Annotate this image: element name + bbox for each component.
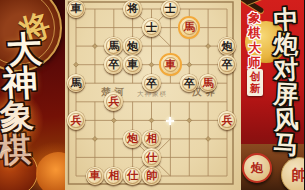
piece-red-馬-6-1[interactable]: 馬 — [180, 18, 199, 37]
board-point-5-1[interactable] — [161, 18, 180, 37]
board-point-5-2[interactable] — [161, 37, 180, 56]
board-point-8-8[interactable] — [218, 148, 237, 167]
board-point-3-1[interactable] — [123, 18, 142, 37]
piece-black-卒-2-3[interactable]: 卒 — [104, 55, 123, 74]
piece-red-馬-7-4[interactable]: 馬 — [199, 74, 218, 93]
board-point-2-0[interactable] — [104, 0, 123, 18]
board-point-5-5[interactable] — [161, 92, 180, 111]
piece-black-馬-2-2[interactable]: 馬 — [104, 37, 123, 56]
board-point-5-4[interactable] — [161, 74, 180, 93]
board-point-7-1[interactable] — [199, 18, 218, 37]
board-point-4-2[interactable] — [142, 37, 161, 56]
board-point-6-1[interactable]: 馬 — [180, 18, 199, 37]
piece-red-兵-0-6[interactable]: 兵 — [67, 111, 86, 130]
board-point-4-5[interactable] — [142, 92, 161, 111]
board-point-0-0[interactable]: 車 — [67, 0, 86, 18]
board-point-1-5[interactable] — [85, 92, 104, 111]
board-point-2-2[interactable]: 馬 — [104, 37, 123, 56]
pieces-grid: 車将士士馬馬炮炮卒車車卒馬卒卒馬兵兵兵炮相仕車相仕帥 — [67, 0, 237, 185]
board-point-4-0[interactable] — [142, 0, 161, 18]
board-point-4-4[interactable]: 卒 — [142, 74, 161, 93]
board-point-8-1[interactable] — [218, 18, 237, 37]
board-point-1-3[interactable] — [85, 55, 104, 74]
title-char: 屏 — [267, 81, 304, 108]
board-point-7-4[interactable]: 馬 — [199, 74, 218, 93]
piece-red-兵-2-5[interactable]: 兵 — [104, 92, 123, 111]
board-point-4-7[interactable]: 相 — [142, 130, 161, 149]
board-point-3-5[interactable] — [123, 92, 142, 111]
piece-black-馬-0-4[interactable]: 馬 — [67, 74, 86, 93]
board-point-4-9[interactable]: 帥 — [142, 167, 161, 186]
photo-cannon-piece: 炮 — [242, 153, 272, 183]
board-point-5-8[interactable] — [161, 148, 180, 167]
board-point-5-7[interactable] — [161, 130, 180, 149]
board-point-4-3[interactable] — [142, 55, 161, 74]
board-point-7-2[interactable] — [199, 37, 218, 56]
board-point-1-8[interactable] — [85, 148, 104, 167]
board-point-4-8[interactable]: 仕 — [142, 148, 161, 167]
board-point-7-7[interactable] — [199, 130, 218, 149]
piece-red-車-1-9[interactable]: 車 — [86, 167, 105, 186]
board-point-0-3[interactable] — [67, 55, 86, 74]
board-point-6-7[interactable] — [180, 130, 199, 149]
left-title-char: 棋 — [0, 127, 36, 174]
board-point-4-6[interactable] — [142, 111, 161, 130]
piece-red-仕-3-9[interactable]: 仕 — [123, 167, 142, 186]
board-point-3-7[interactable]: 炮 — [123, 130, 142, 149]
title-char: 风 — [267, 106, 304, 133]
title-char: 对 — [267, 56, 304, 83]
board-point-8-2[interactable]: 炮 — [218, 37, 237, 56]
board-point-2-9[interactable]: 相 — [104, 167, 123, 186]
board-point-2-8[interactable] — [104, 148, 123, 167]
title-char: 中 — [267, 6, 304, 33]
cannon-char: 炮 — [251, 160, 263, 177]
board-point-6-5[interactable] — [180, 92, 199, 111]
board-point-7-5[interactable] — [199, 92, 218, 111]
board-point-0-1[interactable] — [67, 18, 86, 37]
board-point-3-0[interactable]: 将 — [123, 0, 142, 18]
piece-red-兵-8-6[interactable]: 兵 — [218, 111, 237, 130]
subtitle-char: 师 — [246, 55, 263, 70]
piece-black-士-4-1[interactable]: 士 — [142, 18, 161, 37]
board-point-2-1[interactable] — [104, 18, 123, 37]
board-point-7-0[interactable] — [199, 0, 218, 18]
piece-red-相-2-9[interactable]: 相 — [104, 167, 123, 186]
subtitle-char: 棋 — [246, 25, 263, 40]
board-point-5-9[interactable] — [161, 167, 180, 186]
board-point-6-4[interactable]: 卒 — [180, 74, 199, 93]
board-point-6-3[interactable] — [180, 55, 199, 74]
board-point-1-6[interactable] — [85, 111, 104, 130]
board-point-0-8[interactable] — [67, 148, 86, 167]
board-point-8-4[interactable] — [218, 74, 237, 93]
subtitle-vertical: 象 棋 大 师 — [246, 10, 263, 70]
board-point-5-0[interactable]: 士 — [161, 0, 180, 18]
piece-black-将-3-0[interactable]: 将 — [123, 0, 142, 18]
piece-black-卒-8-3[interactable]: 卒 — [218, 55, 237, 74]
board-point-2-5[interactable]: 兵 — [104, 92, 123, 111]
board-point-0-2[interactable] — [67, 37, 86, 56]
board-point-6-2[interactable] — [180, 37, 199, 56]
badge-char: 新 — [247, 83, 263, 95]
photo-marshal-piece: 帥 — [281, 157, 304, 190]
board-point-8-3[interactable]: 卒 — [218, 55, 237, 74]
board-point-0-6[interactable]: 兵 — [67, 111, 86, 130]
board-point-3-8[interactable] — [123, 148, 142, 167]
board-point-2-6[interactable] — [104, 111, 123, 130]
board-point-8-9[interactable] — [218, 167, 237, 186]
piece-black-車-3-3[interactable]: 車 — [123, 55, 142, 74]
piece-black-卒-6-4[interactable]: 卒 — [180, 74, 199, 93]
board-point-3-4[interactable] — [123, 74, 142, 93]
board-point-5-3[interactable]: 車 — [161, 55, 180, 74]
board-point-7-3[interactable] — [199, 55, 218, 74]
board-point-3-9[interactable]: 仕 — [123, 167, 142, 186]
board-point-8-5[interactable] — [218, 92, 237, 111]
marshal-char: 帥 — [292, 166, 305, 185]
board-point-1-2[interactable] — [85, 37, 104, 56]
piece-red-帥-4-9[interactable]: 帥 — [142, 167, 161, 186]
piece-black-炮-8-2[interactable]: 炮 — [218, 37, 237, 56]
board-point-0-5[interactable] — [67, 92, 86, 111]
board-point-7-6[interactable] — [199, 111, 218, 130]
piece-black-炮-3-2[interactable]: 炮 — [123, 37, 142, 56]
piece-red-車-5-3[interactable]: 車 — [161, 55, 180, 74]
title-char: 马 — [267, 131, 304, 158]
board-point-3-2[interactable]: 炮 — [123, 37, 142, 56]
board-point-3-6[interactable] — [123, 111, 142, 130]
badge-char: 创 — [247, 71, 263, 83]
piece-black-車-0-0[interactable]: 車 — [67, 0, 86, 18]
board-point-1-1[interactable] — [85, 18, 104, 37]
board-point-6-6[interactable] — [180, 111, 199, 130]
board-point-0-9[interactable] — [67, 167, 86, 186]
board-point-1-9[interactable]: 車 — [85, 167, 104, 186]
piece-red-仕-4-8[interactable]: 仕 — [142, 148, 161, 167]
board-point-4-1[interactable]: 士 — [142, 18, 161, 37]
board-point-1-4[interactable] — [85, 74, 104, 93]
board-point-2-4[interactable] — [104, 74, 123, 93]
board-point-7-9[interactable] — [199, 167, 218, 186]
piece-black-卒-4-4[interactable]: 卒 — [142, 74, 161, 93]
board-point-6-0[interactable] — [180, 0, 199, 18]
xiangqi-board: 楚河 汉界 大神象棋 車将士士馬馬炮炮卒車車卒馬卒卒馬兵兵兵炮相仕車相仕帥 — [65, 0, 241, 190]
board-point-0-4[interactable]: 馬 — [67, 74, 86, 93]
subtitle-char: 大 — [246, 40, 263, 55]
thumbnail: 楚河 汉界 大神象棋 車将士士馬馬炮炮卒車車卒馬卒卒馬兵兵兵炮相仕車相仕帥 将 … — [0, 0, 304, 190]
board-point-8-6[interactable]: 兵 — [218, 111, 237, 130]
board-point-5-6[interactable] — [161, 111, 180, 130]
right-banner: 象 棋 大 师 创 新 中 炮 对 屏 风 马 炮 帥 — [241, 0, 304, 190]
title-char: 炮 — [267, 31, 304, 58]
subtitle-char: 象 — [246, 10, 263, 25]
badge-innovation: 创 新 — [247, 69, 263, 96]
board-point-6-8[interactable] — [180, 148, 199, 167]
piece-red-炮-3-7[interactable]: 炮 — [123, 130, 142, 149]
main-title-vertical: 中 炮 对 屏 风 马 — [268, 7, 304, 157]
board-point-8-7[interactable] — [218, 130, 237, 149]
board-point-8-0[interactable] — [218, 0, 237, 18]
board-point-2-3[interactable]: 卒 — [104, 55, 123, 74]
board-point-2-7[interactable] — [104, 130, 123, 149]
board-point-7-8[interactable] — [199, 148, 218, 167]
board-point-3-3[interactable]: 車 — [123, 55, 142, 74]
piece-black-士-5-0[interactable]: 士 — [161, 0, 180, 18]
board-point-0-7[interactable] — [67, 130, 86, 149]
board-point-1-7[interactable] — [85, 130, 104, 149]
piece-red-相-4-7[interactable]: 相 — [142, 130, 161, 149]
left-banner: 将 大 神 象 棋 — [0, 0, 65, 190]
board-point-1-0[interactable] — [85, 0, 104, 18]
board-point-6-9[interactable] — [180, 167, 199, 186]
